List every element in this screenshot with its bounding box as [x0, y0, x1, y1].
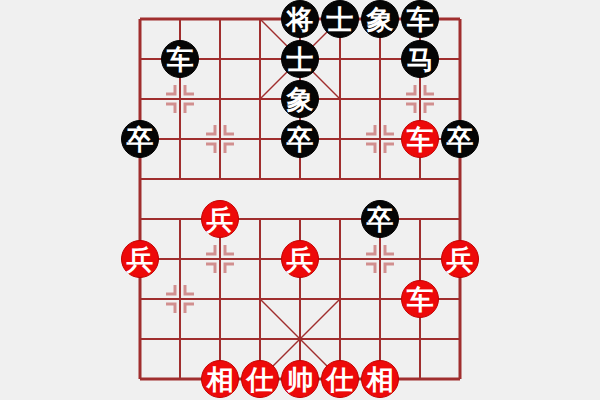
piece-red-pawn[interactable]: 兵	[201, 200, 239, 238]
piece-black-chariot[interactable]: 车	[161, 40, 199, 78]
piece-red-advisor[interactable]: 仕	[321, 360, 359, 398]
xiangqi-board[interactable]: 将士象车车士马象卒卒车卒兵卒兵兵兵车相仕帅仕相	[120, 0, 480, 399]
piece-black-advisor[interactable]: 士	[281, 40, 319, 78]
piece-black-elephant[interactable]: 象	[361, 0, 399, 38]
piece-red-elephant[interactable]: 相	[361, 360, 399, 398]
piece-black-advisor[interactable]: 士	[321, 0, 359, 38]
piece-black-pawn[interactable]: 卒	[281, 120, 319, 158]
piece-red-pawn[interactable]: 兵	[121, 240, 159, 278]
piece-black-elephant[interactable]: 象	[281, 80, 319, 118]
piece-black-chariot[interactable]: 车	[401, 0, 439, 38]
piece-red-chariot[interactable]: 车	[401, 120, 439, 158]
piece-red-king[interactable]: 帅	[281, 360, 319, 398]
piece-black-pawn[interactable]: 卒	[441, 120, 479, 158]
piece-black-pawn[interactable]: 卒	[361, 200, 399, 238]
piece-red-elephant[interactable]: 相	[201, 360, 239, 398]
piece-red-chariot[interactable]: 车	[401, 280, 439, 318]
piece-red-pawn[interactable]: 兵	[281, 240, 319, 278]
piece-black-horse[interactable]: 马	[401, 40, 439, 78]
xiangqi-app-window: 将士象车车士马象卒卒车卒兵卒兵兵兵车相仕帅仕相	[0, 0, 600, 400]
piece-red-advisor[interactable]: 仕	[241, 360, 279, 398]
piece-red-pawn[interactable]: 兵	[441, 240, 479, 278]
piece-black-pawn[interactable]: 卒	[121, 120, 159, 158]
piece-black-general[interactable]: 将	[281, 0, 319, 38]
